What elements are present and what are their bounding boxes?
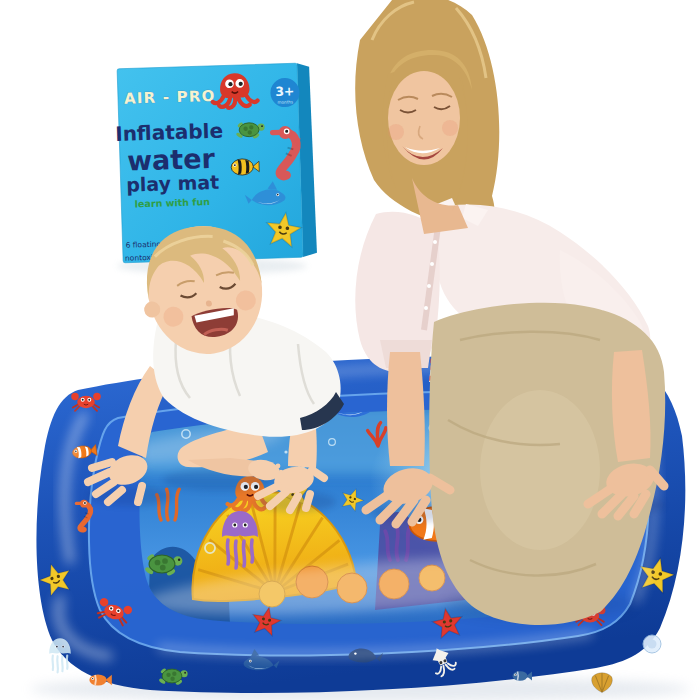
inflation-valve	[643, 635, 661, 653]
age-badge-sub: months	[277, 99, 293, 104]
box-title-line1: Inflatable	[115, 119, 223, 146]
photo-canvas: AIR - PRO 3+ months Inflatable water pla…	[0, 0, 700, 700]
brand-logo: AIR - PRO	[124, 87, 216, 108]
box-title-line3: play mat	[126, 171, 220, 196]
age-badge-text: 3+	[275, 83, 295, 99]
product-photo: AIR - PRO 3+ months Inflatable water pla…	[0, 0, 700, 700]
mother-forearm-left	[387, 352, 425, 466]
